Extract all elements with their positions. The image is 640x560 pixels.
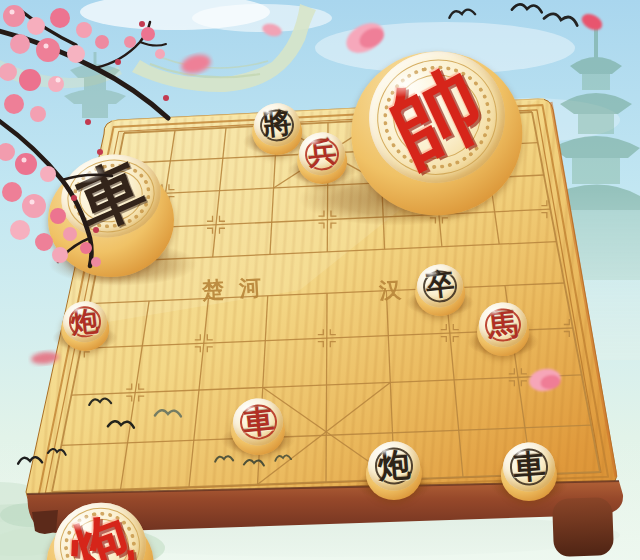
piece-glyph: 將 xyxy=(261,109,292,140)
xiangqi-scene: 楚河 汉界 將兵帥車炮卒馬車炮車炮 xyxy=(0,0,640,560)
piece-glyph: 車 xyxy=(241,405,275,439)
piece-glyph: 卒 xyxy=(424,270,455,301)
piece-glyph: 炮 xyxy=(70,307,100,337)
piece-glyph: 車 xyxy=(69,152,153,241)
piece-glyph: 炮 xyxy=(377,449,412,484)
piece-glyph: 炮 xyxy=(63,507,138,560)
piece-glyph: 馬 xyxy=(487,309,520,342)
piece-glyph: 兵 xyxy=(306,138,337,169)
piece-face: 炮 xyxy=(47,495,153,560)
piece-glyph: 車 xyxy=(512,450,547,485)
pieces-layer: 將兵帥車炮卒馬車炮車炮 xyxy=(0,0,640,560)
